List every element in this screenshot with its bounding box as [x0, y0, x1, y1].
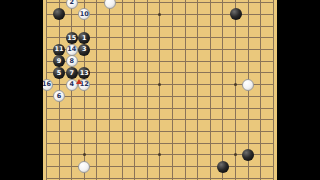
move-number: 16 [43, 81, 51, 88]
stone-black [53, 8, 65, 20]
grid-vline [260, 0, 261, 180]
grid-vline [273, 0, 274, 180]
move-number: 14 [67, 46, 76, 53]
stone-white [104, 0, 116, 9]
grid-vline [172, 0, 173, 180]
stone-black: 5 [53, 67, 65, 79]
stone-black: 7 [66, 67, 78, 79]
stone-black: 1 [78, 32, 90, 44]
stone-white [78, 161, 90, 173]
move-number: 7 [69, 70, 74, 77]
grid-vline [185, 0, 186, 180]
stone-black [217, 161, 229, 173]
move-number: 1 [82, 35, 87, 42]
stone-black: 9 [53, 55, 65, 67]
letterbox-frame: 21015111143985713164126 [0, 0, 320, 180]
grid-vline [197, 0, 198, 180]
move-number: 10 [80, 11, 89, 18]
move-number: 11 [55, 46, 64, 53]
move-number: 4 [69, 81, 74, 88]
grid-vline [210, 0, 211, 180]
grid-vline [96, 0, 97, 180]
grid-vline [147, 0, 148, 180]
grid-vline [109, 0, 110, 180]
move-number: 15 [67, 35, 76, 42]
stone-white [242, 79, 254, 91]
stone-white: 2 [66, 0, 78, 9]
stone-white: 6 [53, 90, 65, 102]
move-number: 5 [57, 70, 62, 77]
go-board: 21015111143985713164126 [43, 0, 277, 180]
grid-vline [122, 0, 123, 180]
stone-white: 8 [66, 55, 78, 67]
stone-black: 11 [53, 44, 65, 56]
stone-black: 15 [66, 32, 78, 44]
stone-white: 10 [78, 8, 90, 20]
star-point [234, 83, 237, 86]
star-point [158, 153, 161, 156]
stone-black [230, 8, 242, 20]
stone-black: 13 [78, 67, 90, 79]
stone-black: 3 [78, 44, 90, 56]
stone-black [242, 149, 254, 161]
grid-vline [134, 0, 135, 180]
star-point [234, 153, 237, 156]
move-number: 2 [69, 0, 74, 6]
move-number: 6 [57, 93, 62, 100]
grid-vline [222, 0, 223, 180]
star-point [158, 83, 161, 86]
stone-white: 14 [66, 44, 78, 56]
red-triangle-marker [76, 79, 82, 84]
move-number: 9 [57, 58, 62, 65]
move-number: 3 [82, 46, 87, 53]
move-number: 8 [69, 58, 74, 65]
star-point [158, 13, 161, 16]
stone-white: 16 [43, 79, 53, 91]
move-number: 13 [80, 70, 89, 77]
star-point [83, 153, 86, 156]
